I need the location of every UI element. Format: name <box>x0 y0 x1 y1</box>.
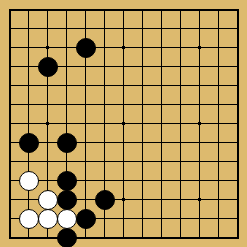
black-stone <box>95 190 115 210</box>
white-stone <box>57 209 77 229</box>
star-point <box>46 122 49 125</box>
grid-line-vertical <box>161 9 162 239</box>
black-stone <box>57 228 77 247</box>
star-point <box>122 198 125 201</box>
white-stone <box>19 209 39 229</box>
grid-line-vertical <box>180 9 181 239</box>
star-point <box>122 122 125 125</box>
grid-line-horizontal <box>9 142 239 143</box>
white-stone <box>38 209 58 229</box>
star-point <box>122 46 125 49</box>
star-point <box>198 198 201 201</box>
white-stone <box>38 190 58 210</box>
board-border-vertical <box>237 9 239 239</box>
go-board <box>0 0 247 247</box>
black-stone <box>38 57 58 77</box>
black-stone <box>57 190 77 210</box>
grid-line-horizontal <box>9 161 239 162</box>
black-stone <box>76 209 96 229</box>
black-stone <box>19 133 39 153</box>
grid-line-vertical <box>142 9 143 239</box>
black-stone <box>76 38 96 58</box>
star-point <box>198 122 201 125</box>
white-stone <box>19 171 39 191</box>
black-stone <box>57 133 77 153</box>
grid-line-horizontal <box>9 180 239 181</box>
star-point <box>198 46 201 49</box>
star-point <box>46 46 49 49</box>
grid-line-vertical <box>218 9 219 239</box>
black-stone <box>57 171 77 191</box>
board-border-horizontal <box>9 237 239 239</box>
